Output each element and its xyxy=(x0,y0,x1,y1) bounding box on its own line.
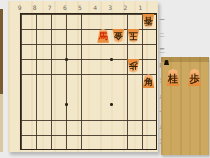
file-label-4: 4 xyxy=(88,4,103,12)
piece-sente-inhand-桂[interactable]: 桂 xyxy=(166,69,180,86)
file-label-2: 2 xyxy=(118,4,133,12)
file-label-1: 1 xyxy=(133,4,148,12)
file-label-8: 8 xyxy=(27,4,42,12)
file-label-5: 5 xyxy=(72,4,87,12)
sente-komadai: 桂歩 xyxy=(161,57,209,155)
file-label-7: 7 xyxy=(42,4,57,12)
file-label-9: 9 xyxy=(12,4,27,12)
piece-kanji: 香 xyxy=(144,15,153,24)
piece-kanji: 桂 xyxy=(168,74,178,84)
piece-kanji: 金 xyxy=(114,30,123,39)
shogi-board: 987654321 一二三四五六七八九 香馬金玉歩角 xyxy=(8,1,158,152)
rank-label-1: 一 xyxy=(158,13,166,28)
gote-komadai-edge xyxy=(0,9,3,94)
piece-kanji: 歩 xyxy=(190,74,200,84)
star-point xyxy=(65,58,67,60)
file-label-6: 6 xyxy=(57,4,72,12)
star-point xyxy=(110,103,112,105)
piece-kanji: 玉 xyxy=(129,30,138,39)
shogi-app: 987654321 一二三四五六七八九 香馬金玉歩角 桂歩 xyxy=(0,0,210,158)
gote-komadai-edge-lower xyxy=(0,94,3,152)
rank-label-2: 二 xyxy=(158,28,166,43)
piece-kanji: 歩 xyxy=(129,61,138,70)
piece-kanji: 角 xyxy=(144,78,153,87)
star-point xyxy=(65,103,67,105)
star-point xyxy=(110,58,112,60)
piece-sente-inhand-歩[interactable]: 歩 xyxy=(188,69,202,86)
piece-kanji: 馬 xyxy=(99,32,108,41)
file-label-3: 3 xyxy=(103,4,118,12)
